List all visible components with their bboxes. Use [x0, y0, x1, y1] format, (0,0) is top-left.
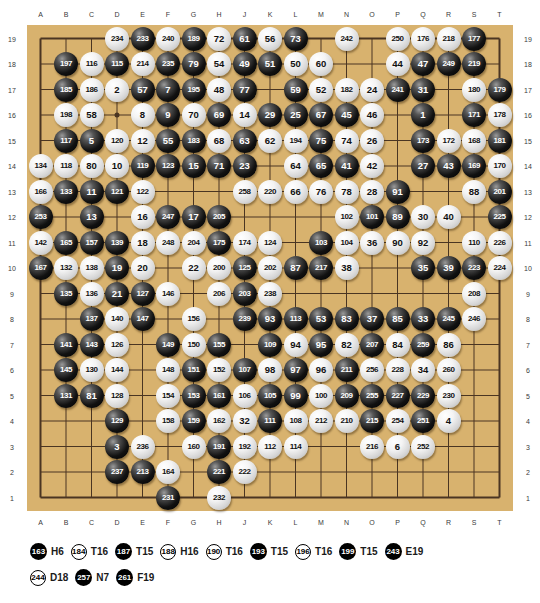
column-label-top-B: B	[64, 11, 69, 18]
column-label-top-E: E	[140, 11, 145, 18]
stone-P3: 6	[386, 435, 410, 459]
stone-E10: 20	[131, 256, 155, 280]
stone-Q11: 92	[411, 231, 435, 255]
stone-Q19: 176	[411, 27, 435, 51]
stone-H11: 175	[207, 231, 231, 255]
go-board[interactable]: 2342332401897261567324225017621817719711…	[27, 25, 513, 511]
stone-G6: 151	[182, 358, 206, 382]
stone-H18: 54	[207, 52, 231, 76]
caption-point-label: T16	[91, 546, 108, 557]
stone-N13: 78	[335, 180, 359, 204]
stone-L3: 114	[284, 435, 308, 459]
row-label-right-16: 16	[524, 112, 532, 119]
stone-E9: 127	[131, 282, 155, 306]
column-label-top-P: P	[395, 11, 400, 18]
stone-O8: 37	[360, 307, 384, 331]
stone-J2: 222	[233, 460, 257, 484]
stone-N6: 211	[335, 358, 359, 382]
stone-G10: 22	[182, 256, 206, 280]
stone-G7: 150	[182, 333, 206, 357]
stone-G17: 195	[182, 78, 206, 102]
stone-D19: 234	[105, 27, 129, 51]
stone-N7: 82	[335, 333, 359, 357]
stone-S13: 88	[462, 180, 486, 204]
column-label-top-Q: Q	[420, 11, 425, 18]
caption-point-label: H16	[180, 546, 198, 557]
caption-point-label: T16	[315, 546, 332, 557]
stone-R7: 86	[437, 333, 461, 357]
stone-R10: 39	[437, 256, 461, 280]
stone-R8: 245	[437, 307, 461, 331]
stone-B5: 131	[54, 384, 78, 408]
stone-P6: 228	[386, 358, 410, 382]
stone-F18: 235	[156, 52, 180, 76]
stone-H12: 205	[207, 205, 231, 229]
stone-D8: 140	[105, 307, 129, 331]
row-label-right-8: 8	[526, 316, 530, 323]
stone-R19: 218	[437, 27, 461, 51]
stone-G4: 159	[182, 409, 206, 433]
column-label-top-N: N	[344, 11, 349, 18]
stone-J16: 14	[233, 103, 257, 127]
caption-move-243: 243E19	[385, 543, 424, 560]
stone-O11: 36	[360, 231, 384, 255]
stone-D3: 3	[105, 435, 129, 459]
caption-move-199: 199T15	[339, 543, 377, 560]
stone-H19: 72	[207, 27, 231, 51]
stone-E16: 8	[131, 103, 155, 127]
stone-J10: 125	[233, 256, 257, 280]
stone-N17: 182	[335, 78, 359, 102]
stone-T17: 179	[488, 78, 512, 102]
caption-point-label: F19	[137, 572, 154, 583]
stone-F16: 9	[156, 103, 180, 127]
stone-T10: 224	[488, 256, 512, 280]
stone-F6: 148	[156, 358, 180, 382]
caption-move-196: 196T16	[295, 544, 332, 560]
row-label-left-5: 5	[10, 392, 14, 399]
column-label-top-T: T	[497, 11, 501, 18]
column-label-top-G: G	[191, 11, 196, 18]
stone-G14: 15	[182, 154, 206, 178]
stone-K5: 105	[258, 384, 282, 408]
stone-F12: 247	[156, 205, 180, 229]
stone-L10: 87	[284, 256, 308, 280]
stone-C18: 116	[80, 52, 104, 76]
caption-stone-icon-244: 244	[30, 570, 46, 586]
caption-move-163: 163H6	[30, 543, 64, 560]
column-label-bottom-S: S	[472, 519, 477, 526]
stone-M13: 76	[309, 180, 333, 204]
stone-G8: 156	[182, 307, 206, 331]
stone-F7: 149	[156, 333, 180, 357]
stone-B9: 135	[54, 282, 78, 306]
caption-move-190: 190T16	[206, 544, 243, 560]
row-label-left-9: 9	[10, 290, 14, 297]
stone-F5: 154	[156, 384, 180, 408]
stone-H14: 71	[207, 154, 231, 178]
stone-C8: 137	[80, 307, 104, 331]
stone-C5: 81	[80, 384, 104, 408]
stone-N11: 104	[335, 231, 359, 255]
stone-P12: 89	[386, 205, 410, 229]
stone-H9: 206	[207, 282, 231, 306]
stone-S14: 169	[462, 154, 486, 178]
stone-P19: 250	[386, 27, 410, 51]
column-label-bottom-C: C	[89, 519, 94, 526]
stone-E17: 57	[131, 78, 155, 102]
star-point-D16	[115, 113, 120, 118]
stone-L17: 59	[284, 78, 308, 102]
caption-stone-icon-188: 188	[160, 544, 176, 560]
caption-point-label: T16	[226, 546, 243, 557]
stone-E18: 214	[131, 52, 155, 76]
stone-F2: 164	[156, 460, 180, 484]
caption-stone-icon-196: 196	[295, 544, 311, 560]
stone-D7: 126	[105, 333, 129, 357]
stone-S9: 208	[462, 282, 486, 306]
column-label-top-O: O	[369, 11, 374, 18]
stone-L14: 64	[284, 154, 308, 178]
stone-Q10: 35	[411, 256, 435, 280]
stone-C15: 5	[80, 129, 104, 153]
stone-M18: 60	[309, 52, 333, 76]
stone-S8: 246	[462, 307, 486, 331]
stone-Q15: 173	[411, 129, 435, 153]
stone-D11: 139	[105, 231, 129, 255]
row-label-left-15: 15	[8, 137, 16, 144]
stone-L19: 73	[284, 27, 308, 51]
stone-E3: 236	[131, 435, 155, 459]
stone-L13: 66	[284, 180, 308, 204]
stone-D9: 21	[105, 282, 129, 306]
stone-O5: 255	[360, 384, 384, 408]
stone-K13: 220	[258, 180, 282, 204]
stone-D4: 129	[105, 409, 129, 433]
stone-J5: 106	[233, 384, 257, 408]
stone-Q7: 259	[411, 333, 435, 357]
stone-M8: 53	[309, 307, 333, 331]
stone-E14: 119	[131, 154, 155, 178]
row-label-right-9: 9	[526, 290, 530, 297]
stone-M5: 100	[309, 384, 333, 408]
stone-C16: 58	[80, 103, 104, 127]
stone-G16: 70	[182, 103, 206, 127]
stone-B14: 118	[54, 154, 78, 178]
caption-move-244: 244D18	[30, 570, 68, 586]
stone-M6: 96	[309, 358, 333, 382]
caption-line-1: 163H6184T16187T15188H16190T16193T15196T1…	[30, 541, 530, 562]
stone-O7: 207	[360, 333, 384, 357]
stone-Q16: 1	[411, 103, 435, 127]
go-kifu-diagram: 2342332401897261567324225017621817719711…	[0, 0, 540, 603]
stone-S16: 171	[462, 103, 486, 127]
stone-G11: 204	[182, 231, 206, 255]
stone-N4: 210	[335, 409, 359, 433]
row-label-left-11: 11	[8, 239, 15, 246]
stone-Q18: 47	[411, 52, 435, 76]
stone-A14: 134	[29, 154, 53, 178]
column-label-top-R: R	[446, 11, 451, 18]
stone-S19: 177	[462, 27, 486, 51]
caption-stone-icon-187: 187	[115, 543, 132, 560]
stone-C7: 143	[80, 333, 104, 357]
stone-J13: 258	[233, 180, 257, 204]
stone-L5: 99	[284, 384, 308, 408]
stone-B15: 117	[54, 129, 78, 153]
stone-B18: 197	[54, 52, 78, 76]
stone-J11: 174	[233, 231, 257, 255]
stone-L18: 50	[284, 52, 308, 76]
stone-C12: 13	[80, 205, 104, 229]
caption-move-188: 188H16	[160, 544, 198, 560]
stone-O17: 24	[360, 78, 384, 102]
stone-H16: 69	[207, 103, 231, 127]
stone-D2: 237	[105, 460, 129, 484]
stone-L7: 94	[284, 333, 308, 357]
stone-B7: 141	[54, 333, 78, 357]
column-label-top-J: J	[243, 11, 247, 18]
stone-S17: 180	[462, 78, 486, 102]
row-label-left-19: 19	[8, 35, 16, 42]
stone-T11: 226	[488, 231, 512, 255]
stone-Q3: 252	[411, 435, 435, 459]
stone-K18: 51	[258, 52, 282, 76]
stone-K7: 109	[258, 333, 282, 357]
row-label-right-4: 4	[526, 418, 530, 425]
column-label-top-C: C	[89, 11, 94, 18]
stone-K11: 124	[258, 231, 282, 255]
caption-stone-icon-257: 257	[75, 569, 92, 586]
row-label-left-13: 13	[8, 188, 16, 195]
row-label-right-19: 19	[524, 35, 532, 42]
stone-S15: 168	[462, 129, 486, 153]
stone-Q4: 251	[411, 409, 435, 433]
stone-E8: 147	[131, 307, 155, 331]
stone-A13: 166	[29, 180, 53, 204]
caption-move-184: 184T16	[71, 544, 108, 560]
stone-E19: 233	[131, 27, 155, 51]
stone-K19: 56	[258, 27, 282, 51]
stone-E15: 12	[131, 129, 155, 153]
caption-point-label: T15	[136, 546, 153, 557]
repeated-moves-caption: 163H6184T16187T15188H16190T16193T15196T1…	[30, 541, 530, 593]
stone-D18: 115	[105, 52, 129, 76]
stone-M10: 217	[309, 256, 333, 280]
caption-point-label: N7	[96, 572, 109, 583]
stone-G15: 183	[182, 129, 206, 153]
stone-T13: 201	[488, 180, 512, 204]
row-label-left-3: 3	[10, 443, 14, 450]
row-label-right-2: 2	[526, 469, 530, 476]
row-label-right-3: 3	[526, 443, 530, 450]
column-label-bottom-L: L	[294, 519, 298, 526]
stone-N12: 102	[335, 205, 359, 229]
stone-K9: 238	[258, 282, 282, 306]
stone-J4: 32	[233, 409, 257, 433]
stone-D6: 144	[105, 358, 129, 382]
row-label-left-14: 14	[8, 163, 16, 170]
caption-stone-icon-243: 243	[385, 543, 402, 560]
stone-S10: 223	[462, 256, 486, 280]
stone-J3: 192	[233, 435, 257, 459]
column-label-bottom-T: T	[497, 519, 501, 526]
column-label-bottom-A: A	[38, 519, 43, 526]
column-label-bottom-G: G	[191, 519, 196, 526]
stone-N15: 74	[335, 129, 359, 153]
row-label-left-12: 12	[8, 214, 16, 221]
column-label-bottom-J: J	[243, 519, 247, 526]
stone-N10: 38	[335, 256, 359, 280]
caption-move-187: 187T15	[115, 543, 153, 560]
stone-P4: 254	[386, 409, 410, 433]
row-label-right-11: 11	[524, 239, 531, 246]
stone-C10: 138	[80, 256, 104, 280]
stone-N16: 45	[335, 103, 359, 127]
stone-L16: 25	[284, 103, 308, 127]
stone-R12: 40	[437, 205, 461, 229]
column-label-top-D: D	[114, 11, 119, 18]
column-label-bottom-P: P	[395, 519, 400, 526]
stone-D14: 10	[105, 154, 129, 178]
stone-R4: 4	[437, 409, 461, 433]
row-label-right-6: 6	[526, 367, 530, 374]
stone-B13: 133	[54, 180, 78, 204]
stone-M7: 95	[309, 333, 333, 357]
stone-J17: 77	[233, 78, 257, 102]
stone-E13: 122	[131, 180, 155, 204]
stone-J18: 49	[233, 52, 257, 76]
column-label-bottom-F: F	[166, 519, 170, 526]
stone-B17: 185	[54, 78, 78, 102]
caption-stone-icon-190: 190	[206, 544, 222, 560]
column-label-top-A: A	[38, 11, 43, 18]
caption-move-193: 193T15	[250, 543, 288, 560]
stone-G5: 153	[182, 384, 206, 408]
stone-N14: 41	[335, 154, 359, 178]
stone-F15: 55	[156, 129, 180, 153]
caption-stone-icon-163: 163	[30, 543, 47, 560]
stone-L15: 194	[284, 129, 308, 153]
stone-H15: 68	[207, 129, 231, 153]
row-label-right-10: 10	[524, 265, 532, 272]
stone-F14: 123	[156, 154, 180, 178]
stone-K16: 29	[258, 103, 282, 127]
stone-R18: 249	[437, 52, 461, 76]
stone-C9: 136	[80, 282, 104, 306]
row-label-left-7: 7	[10, 341, 14, 348]
stone-K3: 112	[258, 435, 282, 459]
stone-D17: 2	[105, 78, 129, 102]
column-label-top-F: F	[166, 11, 170, 18]
caption-line-2: 244D18257N7261F19	[30, 567, 530, 588]
caption-point-label: T15	[271, 546, 288, 557]
stone-P7: 84	[386, 333, 410, 357]
stone-B11: 165	[54, 231, 78, 255]
caption-stone-icon-193: 193	[250, 543, 267, 560]
stone-H4: 162	[207, 409, 231, 433]
column-label-top-H: H	[216, 11, 221, 18]
stone-C17: 186	[80, 78, 104, 102]
stone-T16: 178	[488, 103, 512, 127]
stone-R14: 43	[437, 154, 461, 178]
stone-J19: 61	[233, 27, 257, 51]
stone-Q17: 31	[411, 78, 435, 102]
column-label-top-S: S	[472, 11, 477, 18]
stone-Q14: 27	[411, 154, 435, 178]
column-label-bottom-M: M	[318, 519, 324, 526]
stone-M17: 52	[309, 78, 333, 102]
row-label-left-17: 17	[8, 86, 16, 93]
stone-O4: 215	[360, 409, 384, 433]
stone-G19: 189	[182, 27, 206, 51]
caption-point-label: E19	[406, 546, 424, 557]
stone-O13: 28	[360, 180, 384, 204]
caption-point-label: H6	[51, 546, 64, 557]
stone-D13: 121	[105, 180, 129, 204]
row-label-left-1: 1	[10, 494, 14, 501]
stone-C13: 11	[80, 180, 104, 204]
stone-D15: 120	[105, 129, 129, 153]
stone-M15: 75	[309, 129, 333, 153]
caption-move-261: 261F19	[116, 569, 154, 586]
stone-N19: 242	[335, 27, 359, 51]
stone-K15: 62	[258, 129, 282, 153]
stone-J8: 239	[233, 307, 257, 331]
caption-point-label: D18	[50, 572, 68, 583]
stone-T12: 225	[488, 205, 512, 229]
row-label-left-2: 2	[10, 469, 14, 476]
stone-G12: 17	[182, 205, 206, 229]
column-label-bottom-D: D	[114, 519, 119, 526]
stone-H7: 155	[207, 333, 231, 357]
stone-H5: 161	[207, 384, 231, 408]
stone-B10: 132	[54, 256, 78, 280]
stone-H2: 221	[207, 460, 231, 484]
stone-M4: 212	[309, 409, 333, 433]
caption-move-257: 257N7	[75, 569, 109, 586]
row-label-right-15: 15	[524, 137, 532, 144]
stone-R15: 172	[437, 129, 461, 153]
stone-F9: 146	[156, 282, 180, 306]
stone-K8: 93	[258, 307, 282, 331]
stone-P11: 90	[386, 231, 410, 255]
stone-O6: 256	[360, 358, 384, 382]
stone-G3: 160	[182, 435, 206, 459]
column-label-bottom-R: R	[446, 519, 451, 526]
stone-C11: 157	[80, 231, 104, 255]
caption-stone-icon-199: 199	[339, 543, 356, 560]
stone-D5: 128	[105, 384, 129, 408]
stone-P8: 85	[386, 307, 410, 331]
column-label-top-M: M	[318, 11, 324, 18]
column-label-top-L: L	[294, 11, 298, 18]
stone-F4: 158	[156, 409, 180, 433]
stone-C6: 130	[80, 358, 104, 382]
stone-Q6: 34	[411, 358, 435, 382]
stone-P18: 44	[386, 52, 410, 76]
stone-N5: 209	[335, 384, 359, 408]
stone-E2: 213	[131, 460, 155, 484]
stone-E12: 16	[131, 205, 155, 229]
stone-H17: 48	[207, 78, 231, 102]
row-label-right-13: 13	[524, 188, 532, 195]
stone-R6: 260	[437, 358, 461, 382]
row-label-left-16: 16	[8, 112, 16, 119]
stone-G18: 79	[182, 52, 206, 76]
row-label-right-7: 7	[526, 341, 530, 348]
stone-P13: 91	[386, 180, 410, 204]
